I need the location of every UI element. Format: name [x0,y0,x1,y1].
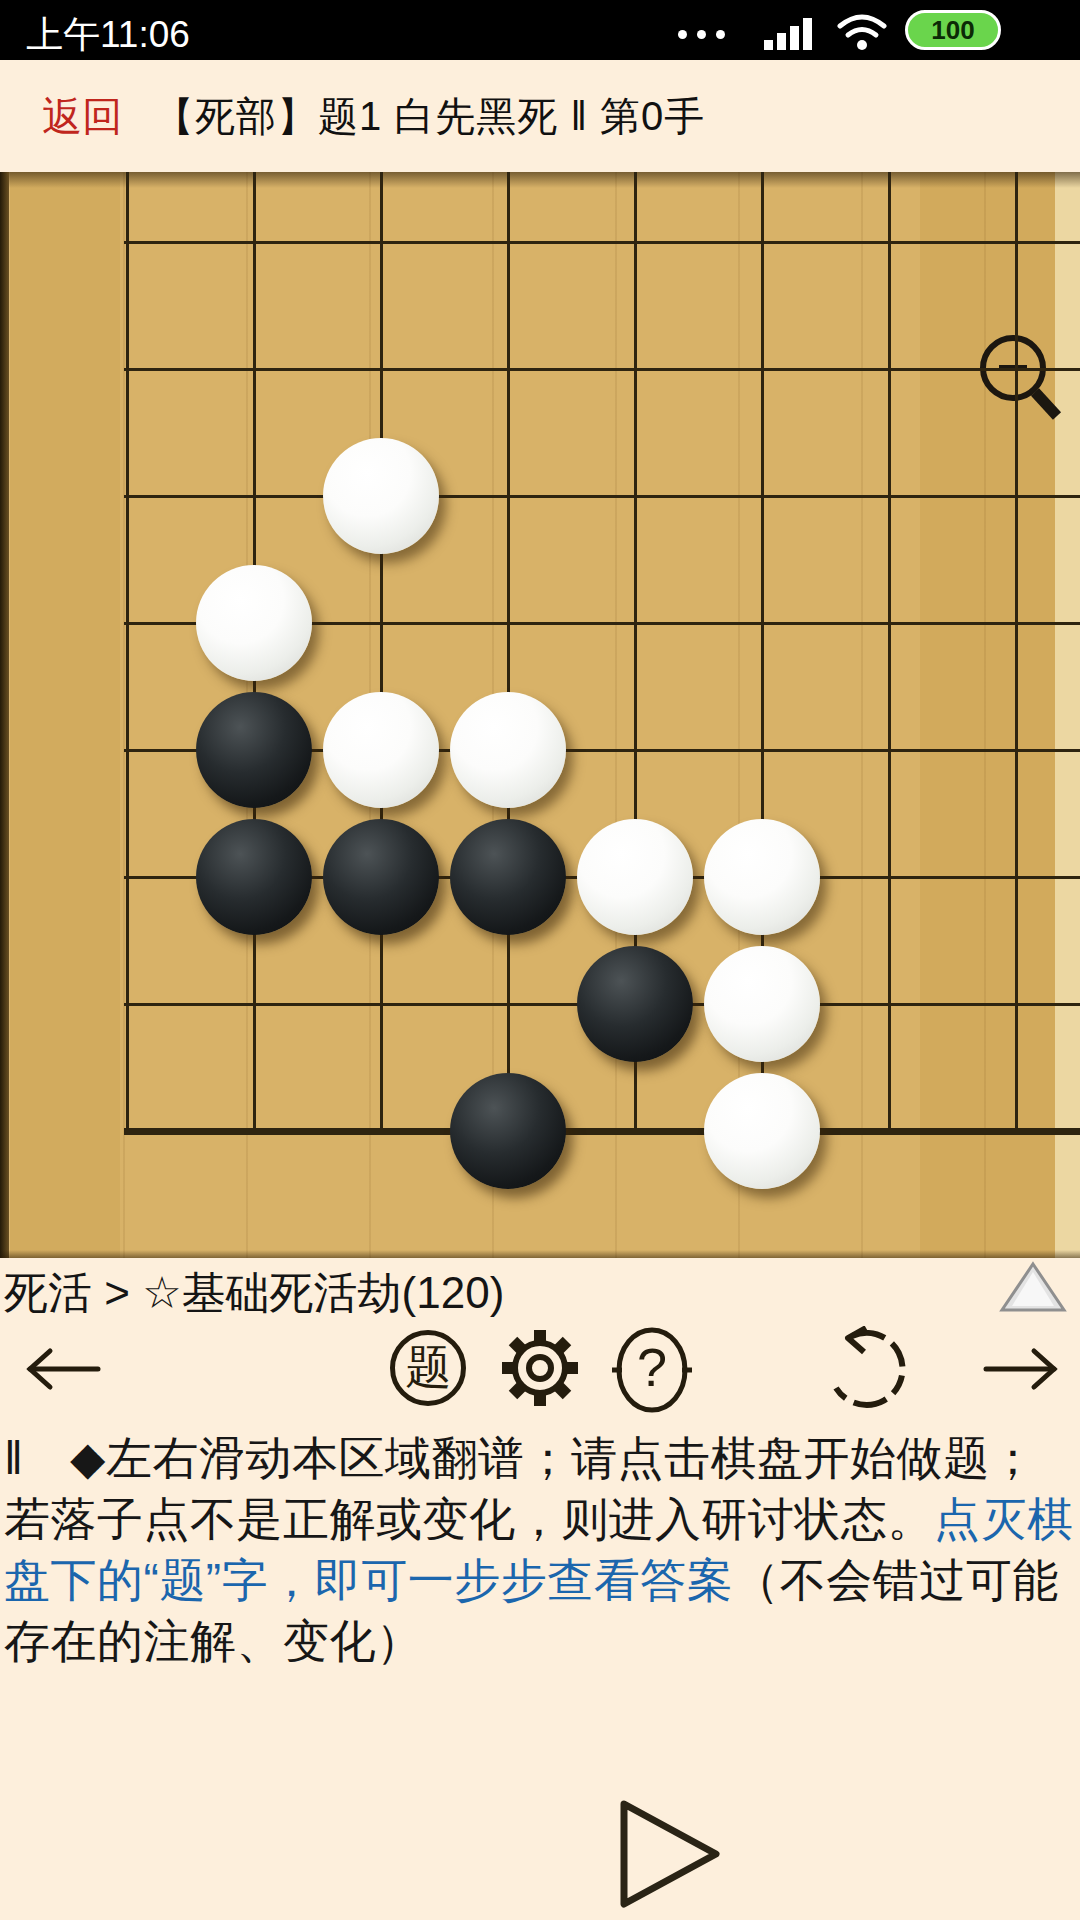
previous-move-icon[interactable] [24,1344,104,1394]
white-stone [704,819,820,935]
back-button[interactable]: 返回 [42,89,122,144]
instructions-text-segment: 存在的注解、变化） [4,1615,423,1667]
wifi-icon [836,12,888,52]
next-move-icon[interactable] [980,1344,1060,1394]
problem-mode-button[interactable]: 题 [390,1330,466,1406]
play-button[interactable] [600,1786,740,1920]
white-stone [323,438,439,554]
instructions-line: 若落子点不是正解或变化，则进入研讨状态。点灭棋 [4,1489,1078,1550]
page-title: 【死部】题1 白先黑死 ‖ 第0手 [154,89,705,144]
black-stone [196,819,312,935]
black-stone [577,946,693,1062]
app-header: 返回 【死部】题1 白先黑死 ‖ 第0手 [0,60,1080,172]
reset-refresh-icon[interactable] [822,1326,906,1414]
grid-line-vertical [888,172,891,1134]
instructions-line: 存在的注解、变化） [4,1611,1078,1672]
grid-line-vertical [507,172,510,1134]
help-target-icon[interactable]: ? [612,1322,692,1418]
status-bar: 上午11:06 100 [0,0,1080,60]
settings-gear-icon[interactable] [498,1326,582,1410]
black-stone [196,692,312,808]
instructions-line: ‖ ◆左右滑动本区域翻谱；请点击棋盘开始做题； [4,1428,1078,1489]
board-left-bevel [0,172,9,1258]
help-question-glyph: ? [637,1337,667,1397]
grid-line-horizontal [124,368,1080,371]
board-top-shadow [0,172,1080,188]
instructions-text-segment: ‖ ◆左右滑动本区域翻谱；请点击棋盘开始做题； [4,1432,1036,1484]
problem-mode-label: 题 [405,1337,451,1399]
breadcrumb[interactable]: 死活 > ☆基础死活劫(120) [4,1264,504,1323]
grid-line-horizontal [124,241,1080,244]
grid-line-vertical [380,172,383,1134]
clock: 上午11:06 [26,10,190,60]
instructions-link-text[interactable]: 盘下的“题”字，即可一步步查看答案 [4,1554,733,1606]
signal-strength-icon [762,14,822,50]
black-stone [450,1073,566,1189]
black-stone [323,819,439,935]
breadcrumb-bar: 死活 > ☆基础死活劫(120) [0,1258,1080,1330]
board-edge-line [124,1128,1080,1135]
instructions-text-segment: 若落子点不是正解或变化，则进入研讨状态。 [4,1493,934,1545]
white-stone [704,1073,820,1189]
board-bottom-shadow [0,1250,1080,1258]
instructions-text-segment: （不会错过可能 [733,1554,1059,1606]
notification-dots-icon [678,30,725,39]
grid-line-vertical [126,172,129,1134]
instructions-text[interactable]: ‖ ◆左右滑动本区域翻谱；请点击棋盘开始做题；若落子点不是正解或变化，则进入研讨… [4,1428,1078,1672]
black-stone [450,819,566,935]
white-stone [704,946,820,1062]
zoom-out-icon[interactable] [975,324,1067,432]
battery-icon: 100 [905,10,1001,50]
white-stone [577,819,693,935]
battery-percent: 100 [931,15,974,46]
instructions-line: 盘下的“题”字，即可一步步查看答案（不会错过可能 [4,1550,1078,1611]
grid-line-horizontal [124,495,1080,498]
instructions-link-text[interactable]: 点灭棋 [934,1493,1074,1545]
white-stone [196,565,312,681]
collapse-up-icon[interactable] [998,1260,1068,1314]
go-board[interactable] [0,172,1080,1258]
white-stone [450,692,566,808]
toolbar: 题 ? [0,1322,1080,1417]
white-stone [323,692,439,808]
grid-line-vertical [1015,172,1018,1134]
